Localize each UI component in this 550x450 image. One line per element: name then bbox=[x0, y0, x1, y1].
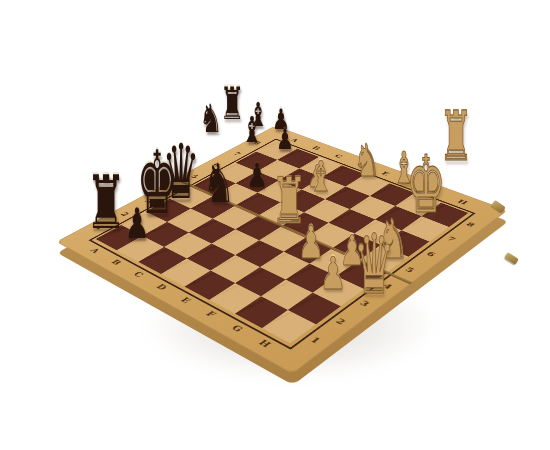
black-knight-f8[interactable]: ♞ bbox=[198, 99, 224, 138]
file-label-bottom-f: F bbox=[198, 307, 224, 322]
black-knight-c6[interactable]: ♞ bbox=[201, 157, 237, 211]
rank-label-right-1: 1 bbox=[302, 332, 329, 349]
rank-label-right-7: 7 bbox=[440, 233, 463, 246]
white-bishop-d4[interactable]: ♝ bbox=[307, 156, 335, 198]
black-pawn-a7[interactable]: ♟ bbox=[123, 203, 151, 245]
rank-label-right-6: 6 bbox=[419, 247, 443, 260]
black-pawn-g6[interactable]: ♟ bbox=[275, 125, 295, 153]
white-pawn-a2[interactable]: ♟ bbox=[318, 251, 348, 296]
white-queen-a1[interactable]: ♛ bbox=[351, 223, 397, 306]
white-knight-f4[interactable]: ♞ bbox=[352, 138, 382, 183]
product-photo-scene: 8877665544332211AABBCCDDEEFFGGHH ♜♟♚♛♞♟♞… bbox=[0, 0, 550, 450]
black-pawn-d6[interactable]: ♟ bbox=[245, 160, 269, 194]
black-bishop-f7[interactable]: ♝ bbox=[240, 112, 264, 148]
file-label-bottom-a: A bbox=[83, 244, 106, 257]
file-label-top-h: H bbox=[451, 197, 473, 208]
rank-label-right-8: 8 bbox=[459, 218, 482, 230]
rank-label-right-2: 2 bbox=[328, 313, 354, 329]
file-label-bottom-h: H bbox=[251, 335, 278, 352]
file-label-bottom-e: E bbox=[173, 293, 198, 308]
file-label-bottom-d: D bbox=[149, 280, 173, 294]
file-label-bottom-c: C bbox=[126, 268, 150, 282]
brass-clasp-lower[interactable] bbox=[504, 252, 519, 265]
file-label-bottom-b: B bbox=[104, 256, 127, 269]
file-label-bottom-g: G bbox=[224, 321, 250, 337]
